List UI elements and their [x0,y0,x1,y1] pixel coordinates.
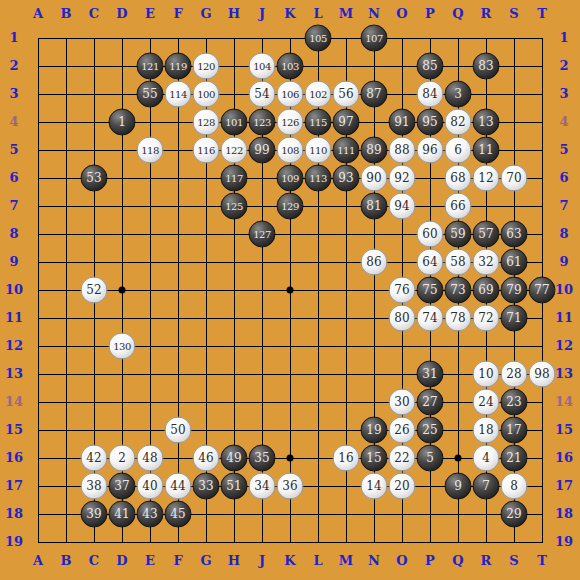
stone-white-J2[interactable]: 104 [249,53,276,80]
stone-white-G4[interactable]: 128 [193,109,220,136]
coordinate-label-top-S: S [500,4,528,24]
stone-white-O14[interactable]: 30 [389,389,416,416]
stone-black-P2[interactable]: 85 [417,53,444,80]
coordinate-label-right-15: 15 [550,420,578,440]
coordinate-label-top-A: A [24,4,52,24]
move-number: 121 [141,54,159,79]
coordinate-label-right-18: 18 [550,504,578,524]
move-number: 52 [86,278,101,303]
move-number: 106 [281,82,299,107]
coordinate-label-top-H: H [220,4,248,24]
stone-white-K4[interactable]: 126 [277,109,304,136]
stone-white-P9[interactable]: 64 [417,249,444,276]
move-number: 125 [225,194,243,219]
coordinate-label-left-10: 10 [0,280,28,300]
stone-black-Q10[interactable]: 73 [445,277,472,304]
move-number: 34 [254,474,269,499]
move-number: 98 [534,362,549,387]
move-number: 116 [197,138,215,163]
stone-black-J8[interactable]: 127 [249,221,276,248]
coordinate-label-top-M: M [332,4,360,24]
move-number: 97 [338,110,353,135]
coordinate-label-top-P: P [416,4,444,24]
move-number: 99 [254,138,269,163]
coordinate-label-top-D: D [108,4,136,24]
move-number: 101 [225,110,243,135]
stone-black-L1[interactable]: 105 [305,25,332,52]
move-number: 75 [422,278,437,303]
coordinate-label-right-12: 12 [550,336,578,356]
move-number: 16 [338,446,353,471]
coordinate-label-right-9: 9 [550,252,578,272]
stone-black-K7[interactable]: 129 [277,193,304,220]
coordinate-label-bottom-T: T [528,551,556,571]
stone-black-F18[interactable]: 45 [165,501,192,528]
coordinate-label-left-2: 2 [0,56,28,76]
move-number: 81 [366,194,381,219]
stone-white-Q11[interactable]: 78 [445,305,472,332]
stone-black-S16[interactable]: 21 [501,445,528,472]
move-number: 42 [86,446,101,471]
stone-black-M6[interactable]: 93 [333,165,360,192]
move-number: 35 [254,446,269,471]
stone-white-D16[interactable]: 2 [109,445,136,472]
stone-black-F2[interactable]: 119 [165,53,192,80]
move-number: 4 [482,446,490,471]
coordinate-label-left-11: 11 [0,308,28,328]
stone-white-K5[interactable]: 108 [277,137,304,164]
stone-white-L5[interactable]: 110 [305,137,332,164]
stone-black-J5[interactable]: 99 [249,137,276,164]
move-number: 11 [478,138,493,163]
stone-black-T10[interactable]: 77 [529,277,556,304]
stone-white-E16[interactable]: 48 [137,445,164,472]
move-number: 23 [506,390,521,415]
move-number: 95 [422,110,437,135]
stone-black-R5[interactable]: 11 [473,137,500,164]
move-number: 61 [506,250,521,275]
stone-white-G2[interactable]: 120 [193,53,220,80]
move-number: 80 [394,306,409,331]
stone-black-N16[interactable]: 15 [361,445,388,472]
move-number: 86 [366,250,381,275]
coordinate-label-left-19: 19 [0,532,28,552]
coordinate-label-bottom-O: O [388,551,416,571]
move-number: 26 [394,418,409,443]
stone-white-O5[interactable]: 88 [389,137,416,164]
stone-black-D17[interactable]: 37 [109,473,136,500]
stone-black-P10[interactable]: 75 [417,277,444,304]
move-number: 88 [394,138,409,163]
move-number: 100 [197,82,215,107]
move-number: 39 [86,502,101,527]
move-number: 83 [478,54,493,79]
stone-black-Q17[interactable]: 9 [445,473,472,500]
star-point-D10 [119,287,126,294]
stone-white-O10[interactable]: 76 [389,277,416,304]
coordinate-label-left-3: 3 [0,84,28,104]
move-number: 126 [281,110,299,135]
coordinate-label-bottom-J: J [248,551,276,571]
coordinate-label-bottom-Q: Q [444,551,472,571]
coordinate-label-left-4: 4 [0,112,28,132]
move-number: 58 [450,250,465,275]
stone-black-S15[interactable]: 17 [501,417,528,444]
stone-white-O16[interactable]: 22 [389,445,416,472]
coordinate-label-top-K: K [276,4,304,24]
move-number: 102 [309,82,327,107]
coordinate-label-left-14: 14 [0,392,28,412]
stone-black-M5[interactable]: 111 [333,137,360,164]
stone-white-O11[interactable]: 80 [389,305,416,332]
move-number: 40 [142,474,157,499]
stone-white-M3[interactable]: 56 [333,81,360,108]
stone-white-Q7[interactable]: 66 [445,193,472,220]
coordinate-label-top-C: C [80,4,108,24]
stone-white-S17[interactable]: 8 [501,473,528,500]
move-number: 108 [281,138,299,163]
coordinate-label-bottom-K: K [276,551,304,571]
stone-white-H5[interactable]: 122 [221,137,248,164]
stone-white-O17[interactable]: 20 [389,473,416,500]
move-number: 2 [118,446,126,471]
go-board: ABCDEFGHJKLMNOPQRST ABCDEFGHJKLMNOPQRST … [0,0,580,580]
move-number: 13 [478,110,493,135]
move-number: 76 [394,278,409,303]
stone-white-K3[interactable]: 106 [277,81,304,108]
coordinate-label-top-R: R [472,4,500,24]
move-number: 41 [114,502,129,527]
stone-white-N9[interactable]: 86 [361,249,388,276]
coordinate-label-right-5: 5 [550,140,578,160]
stone-white-Q4[interactable]: 82 [445,109,472,136]
stone-white-G3[interactable]: 100 [193,81,220,108]
stone-black-D4[interactable]: 1 [109,109,136,136]
coordinate-label-bottom-M: M [332,551,360,571]
coordinate-label-top-F: F [164,4,192,24]
move-number: 122 [225,138,243,163]
stone-white-R11[interactable]: 72 [473,305,500,332]
move-number: 104 [253,54,271,79]
coordinate-label-left-8: 8 [0,224,28,244]
move-number: 33 [198,474,213,499]
stone-white-R16[interactable]: 4 [473,445,500,472]
stone-black-N5[interactable]: 89 [361,137,388,164]
stone-black-H7[interactable]: 125 [221,193,248,220]
move-number: 128 [197,110,215,135]
stone-white-R13[interactable]: 10 [473,361,500,388]
move-number: 51 [226,474,241,499]
stone-white-Q5[interactable]: 6 [445,137,472,164]
stone-white-P3[interactable]: 84 [417,81,444,108]
move-number: 82 [450,110,465,135]
stone-black-E2[interactable]: 121 [137,53,164,80]
coordinate-label-top-L: L [304,4,332,24]
move-number: 60 [422,222,437,247]
move-number: 90 [366,166,381,191]
move-number: 6 [454,138,462,163]
stone-black-S9[interactable]: 61 [501,249,528,276]
stone-white-D12[interactable]: 130 [109,333,136,360]
move-number: 64 [422,250,437,275]
stone-white-R14[interactable]: 24 [473,389,500,416]
move-number: 123 [253,110,271,135]
stone-white-E5[interactable]: 118 [137,137,164,164]
coordinate-label-left-1: 1 [0,28,28,48]
stone-white-Q9[interactable]: 58 [445,249,472,276]
move-number: 87 [366,82,381,107]
move-number: 70 [506,166,521,191]
stone-black-H4[interactable]: 101 [221,109,248,136]
stone-black-H6[interactable]: 117 [221,165,248,192]
coordinate-label-left-17: 17 [0,476,28,496]
move-number: 63 [506,222,521,247]
stone-white-J3[interactable]: 54 [249,81,276,108]
move-number: 73 [450,278,465,303]
stone-white-G16[interactable]: 46 [193,445,220,472]
stone-black-S10[interactable]: 79 [501,277,528,304]
stone-black-R10[interactable]: 69 [473,277,500,304]
coordinate-label-left-13: 13 [0,364,28,384]
coordinate-label-bottom-B: B [52,551,80,571]
move-number: 53 [86,166,101,191]
move-number: 119 [169,54,187,79]
stone-white-S13[interactable]: 28 [501,361,528,388]
stone-white-R6[interactable]: 12 [473,165,500,192]
stone-white-O6[interactable]: 92 [389,165,416,192]
coordinate-label-right-14: 14 [550,392,578,412]
move-number: 32 [478,250,493,275]
stone-black-L4[interactable]: 115 [305,109,332,136]
stone-white-O15[interactable]: 26 [389,417,416,444]
move-number: 94 [394,194,409,219]
coordinate-label-right-17: 17 [550,476,578,496]
stone-black-N1[interactable]: 107 [361,25,388,52]
move-number: 54 [254,82,269,107]
stone-white-P5[interactable]: 96 [417,137,444,164]
move-number: 127 [253,222,271,247]
move-number: 14 [366,474,381,499]
stone-white-E17[interactable]: 40 [137,473,164,500]
stone-black-J4[interactable]: 123 [249,109,276,136]
move-number: 7 [482,474,490,499]
stone-white-F15[interactable]: 50 [165,417,192,444]
move-number: 38 [86,474,101,499]
move-number: 5 [426,446,434,471]
stone-black-E18[interactable]: 43 [137,501,164,528]
coordinate-label-right-4: 4 [550,112,578,132]
coordinate-label-bottom-R: R [472,551,500,571]
stone-black-R17[interactable]: 7 [473,473,500,500]
move-number: 25 [422,418,437,443]
move-number: 68 [450,166,465,191]
stone-black-O4[interactable]: 91 [389,109,416,136]
stone-black-H16[interactable]: 49 [221,445,248,472]
stone-black-Q3[interactable]: 3 [445,81,472,108]
coordinate-label-top-N: N [360,4,388,24]
move-number: 8 [510,474,518,499]
stone-black-K6[interactable]: 109 [277,165,304,192]
move-number: 44 [170,474,185,499]
coordinate-label-left-5: 5 [0,140,28,160]
move-number: 15 [366,446,381,471]
coordinate-label-right-6: 6 [550,168,578,188]
stone-black-K2[interactable]: 103 [277,53,304,80]
stone-black-P4[interactable]: 95 [417,109,444,136]
move-number: 79 [506,278,521,303]
move-number: 111 [337,138,355,163]
stone-black-S14[interactable]: 23 [501,389,528,416]
move-number: 3 [454,82,462,107]
stone-white-N6[interactable]: 90 [361,165,388,192]
move-number: 48 [142,446,157,471]
coordinate-label-left-6: 6 [0,168,28,188]
move-number: 46 [198,446,213,471]
move-number: 37 [114,474,129,499]
stone-black-N3[interactable]: 87 [361,81,388,108]
star-point-K16 [287,455,294,462]
stone-black-P16[interactable]: 5 [417,445,444,472]
stone-white-F17[interactable]: 44 [165,473,192,500]
stone-white-R9[interactable]: 32 [473,249,500,276]
stone-white-P8[interactable]: 60 [417,221,444,248]
stone-black-J16[interactable]: 35 [249,445,276,472]
stone-black-N7[interactable]: 81 [361,193,388,220]
move-number: 59 [450,222,465,247]
move-number: 45 [170,502,185,527]
coordinate-label-top-B: B [52,4,80,24]
stone-black-R2[interactable]: 83 [473,53,500,80]
coordinate-label-bottom-F: F [164,551,192,571]
move-number: 89 [366,138,381,163]
move-number: 17 [506,418,521,443]
move-number: 18 [478,418,493,443]
stone-black-C18[interactable]: 39 [81,501,108,528]
stone-black-H17[interactable]: 51 [221,473,248,500]
stone-white-C17[interactable]: 38 [81,473,108,500]
stone-white-T13[interactable]: 98 [529,361,556,388]
stone-black-G17[interactable]: 33 [193,473,220,500]
coordinate-label-top-O: O [388,4,416,24]
move-number: 43 [142,502,157,527]
stone-black-L6[interactable]: 113 [305,165,332,192]
stone-black-S18[interactable]: 29 [501,501,528,528]
coordinate-label-bottom-P: P [416,551,444,571]
stone-white-L3[interactable]: 102 [305,81,332,108]
stone-white-F3[interactable]: 114 [165,81,192,108]
coordinate-label-left-12: 12 [0,336,28,356]
stone-white-C16[interactable]: 42 [81,445,108,472]
move-number: 77 [534,278,549,303]
move-number: 118 [141,138,159,163]
coordinate-label-top-E: E [136,4,164,24]
move-number: 29 [506,502,521,527]
move-number: 1 [118,110,126,135]
stone-black-R8[interactable]: 57 [473,221,500,248]
move-number: 117 [225,166,243,191]
coordinate-label-bottom-A: A [24,551,52,571]
stone-black-P13[interactable]: 31 [417,361,444,388]
stone-black-D18[interactable]: 41 [109,501,136,528]
move-number: 27 [422,390,437,415]
stone-black-P15[interactable]: 25 [417,417,444,444]
move-number: 78 [450,306,465,331]
stone-black-C6[interactable]: 53 [81,165,108,192]
stone-white-K17[interactable]: 36 [277,473,304,500]
coordinate-label-left-7: 7 [0,196,28,216]
stone-white-M16[interactable]: 16 [333,445,360,472]
coordinate-label-right-2: 2 [550,56,578,76]
move-number: 120 [197,54,215,79]
move-number: 9 [454,474,462,499]
move-number: 109 [281,166,299,191]
stone-white-S6[interactable]: 70 [501,165,528,192]
coordinate-label-bottom-C: C [80,551,108,571]
coordinate-label-top-Q: Q [444,4,472,24]
stone-white-O7[interactable]: 94 [389,193,416,220]
stone-white-G5[interactable]: 116 [193,137,220,164]
move-number: 114 [169,82,187,107]
coordinate-label-right-11: 11 [550,308,578,328]
coordinate-label-left-15: 15 [0,420,28,440]
move-number: 22 [394,446,409,471]
stone-black-M4[interactable]: 97 [333,109,360,136]
coordinate-label-top-T: T [528,4,556,24]
move-number: 103 [281,54,299,79]
move-number: 36 [282,474,297,499]
move-number: 19 [366,418,381,443]
coordinate-label-top-G: G [192,4,220,24]
stone-black-R4[interactable]: 13 [473,109,500,136]
stone-white-P11[interactable]: 74 [417,305,444,332]
stone-white-R15[interactable]: 18 [473,417,500,444]
move-number: 74 [422,306,437,331]
stone-black-S8[interactable]: 63 [501,221,528,248]
move-number: 96 [422,138,437,163]
stone-white-J17[interactable]: 34 [249,473,276,500]
move-number: 20 [394,474,409,499]
move-number: 66 [450,194,465,219]
coordinate-label-bottom-N: N [360,551,388,571]
stone-white-C10[interactable]: 52 [81,277,108,304]
stone-white-Q6[interactable]: 68 [445,165,472,192]
move-number: 105 [309,26,327,51]
move-number: 72 [478,306,493,331]
stone-black-P14[interactable]: 27 [417,389,444,416]
move-number: 110 [309,138,327,163]
coordinate-label-left-16: 16 [0,448,28,468]
coordinate-label-right-3: 3 [550,84,578,104]
stone-black-S11[interactable]: 71 [501,305,528,332]
coordinate-label-bottom-E: E [136,551,164,571]
coordinate-label-bottom-G: G [192,551,220,571]
move-number: 57 [478,222,493,247]
move-number: 49 [226,446,241,471]
move-number: 92 [394,166,409,191]
move-number: 129 [281,194,299,219]
stone-black-E3[interactable]: 55 [137,81,164,108]
stone-black-Q8[interactable]: 59 [445,221,472,248]
stone-white-N17[interactable]: 14 [361,473,388,500]
move-number: 115 [309,110,327,135]
move-number: 28 [506,362,521,387]
coordinate-label-top-J: J [248,4,276,24]
stone-black-N15[interactable]: 19 [361,417,388,444]
coordinate-label-right-16: 16 [550,448,578,468]
move-number: 107 [365,26,383,51]
move-number: 93 [338,166,353,191]
coordinate-label-bottom-H: H [220,551,248,571]
